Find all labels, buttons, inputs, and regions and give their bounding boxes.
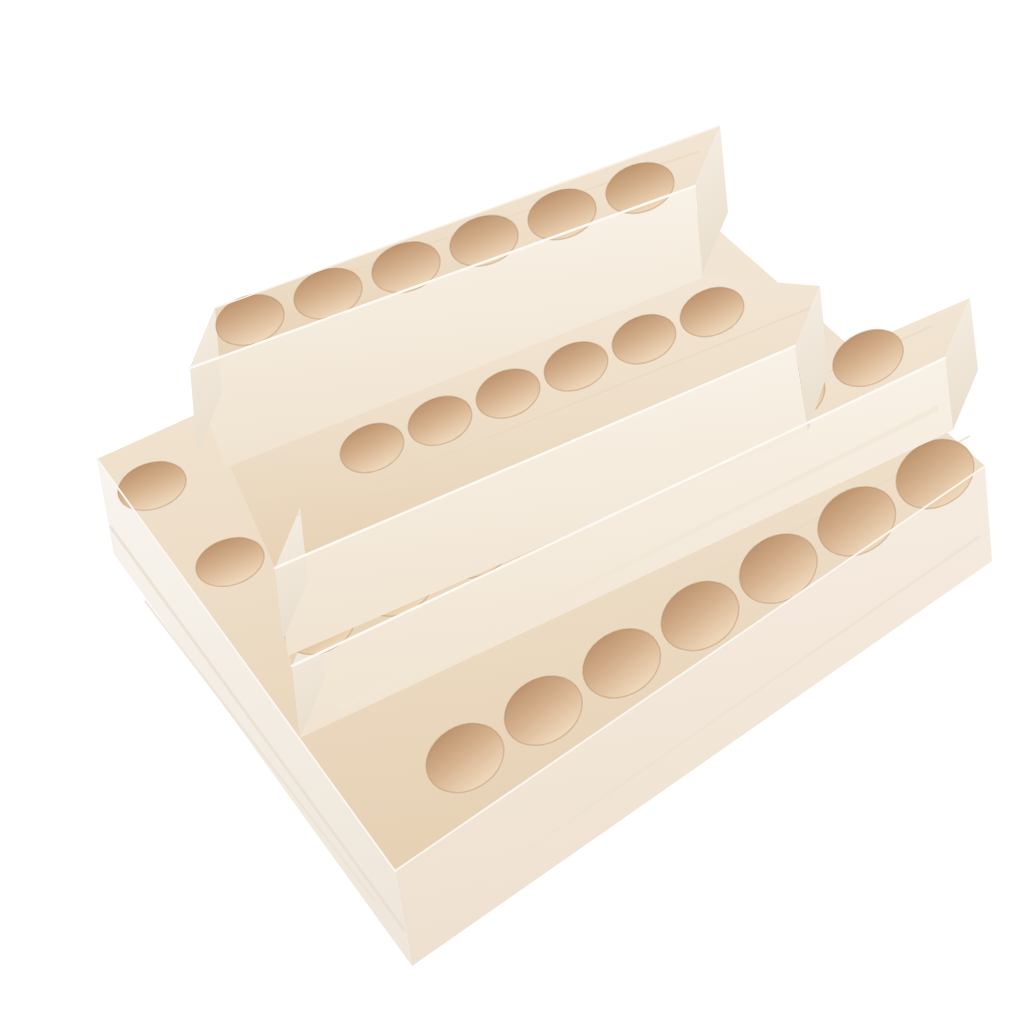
display-rack — [97, 126, 992, 966]
product-photo-svg — [40, 16, 1024, 1024]
product-photo — [40, 16, 1024, 1024]
